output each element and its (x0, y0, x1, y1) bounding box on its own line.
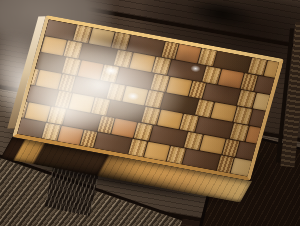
maple-block (144, 142, 170, 161)
cherry-block (58, 126, 84, 145)
photo-scene (0, 0, 300, 226)
